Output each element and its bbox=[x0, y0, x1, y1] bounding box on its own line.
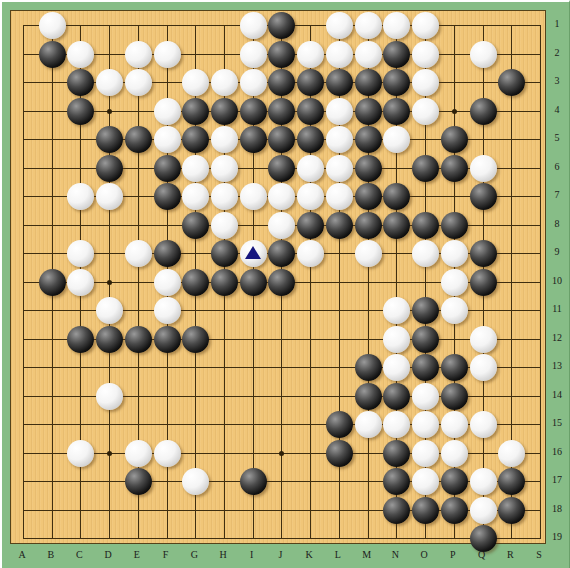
black-stone bbox=[383, 98, 410, 125]
white-stone bbox=[125, 440, 152, 467]
black-stone bbox=[412, 212, 439, 239]
black-stone bbox=[383, 383, 410, 410]
black-stone bbox=[383, 183, 410, 210]
column-label: F bbox=[159, 549, 173, 560]
white-stone bbox=[240, 41, 267, 68]
black-stone bbox=[154, 240, 181, 267]
white-stone bbox=[412, 240, 439, 267]
black-stone bbox=[96, 326, 123, 353]
white-stone bbox=[268, 212, 295, 239]
row-label: 17 bbox=[545, 474, 569, 485]
white-stone bbox=[412, 98, 439, 125]
black-stone bbox=[355, 126, 382, 153]
black-stone bbox=[441, 383, 468, 410]
white-stone bbox=[96, 69, 123, 96]
black-stone bbox=[268, 41, 295, 68]
grid-vline bbox=[540, 25, 541, 539]
white-stone bbox=[326, 41, 353, 68]
row-label: 4 bbox=[545, 104, 569, 115]
black-stone bbox=[355, 69, 382, 96]
white-stone bbox=[182, 468, 209, 495]
black-stone bbox=[182, 326, 209, 353]
column-label: D bbox=[101, 549, 115, 560]
black-stone bbox=[211, 269, 238, 296]
white-stone bbox=[441, 269, 468, 296]
black-stone bbox=[326, 69, 353, 96]
white-stone bbox=[383, 126, 410, 153]
column-label: N bbox=[388, 549, 402, 560]
black-stone bbox=[470, 183, 497, 210]
row-label: 10 bbox=[545, 275, 569, 286]
column-label: J bbox=[273, 549, 287, 560]
row-label: 3 bbox=[545, 75, 569, 86]
white-stone bbox=[383, 354, 410, 381]
white-stone bbox=[383, 411, 410, 438]
white-stone bbox=[441, 411, 468, 438]
white-stone bbox=[297, 183, 324, 210]
white-stone bbox=[297, 41, 324, 68]
row-label: 6 bbox=[545, 161, 569, 172]
black-stone bbox=[412, 354, 439, 381]
white-stone bbox=[326, 183, 353, 210]
black-stone bbox=[154, 326, 181, 353]
black-stone bbox=[326, 440, 353, 467]
black-stone bbox=[470, 98, 497, 125]
black-stone bbox=[297, 98, 324, 125]
white-stone bbox=[355, 41, 382, 68]
triangle-marker bbox=[245, 246, 261, 259]
white-stone bbox=[470, 468, 497, 495]
black-stone bbox=[268, 69, 295, 96]
black-stone bbox=[240, 468, 267, 495]
black-stone bbox=[383, 440, 410, 467]
black-stone bbox=[355, 383, 382, 410]
white-stone bbox=[412, 69, 439, 96]
white-stone bbox=[412, 12, 439, 39]
black-stone bbox=[182, 126, 209, 153]
column-label: K bbox=[302, 549, 316, 560]
row-label: 8 bbox=[545, 218, 569, 229]
white-stone bbox=[182, 155, 209, 182]
black-stone bbox=[268, 12, 295, 39]
white-stone bbox=[326, 126, 353, 153]
black-stone bbox=[383, 497, 410, 524]
star-point bbox=[107, 109, 112, 114]
black-stone bbox=[441, 468, 468, 495]
column-label: G bbox=[187, 549, 201, 560]
black-stone bbox=[154, 155, 181, 182]
black-stone bbox=[240, 269, 267, 296]
black-stone bbox=[383, 468, 410, 495]
white-stone bbox=[154, 297, 181, 324]
white-stone bbox=[240, 69, 267, 96]
black-stone bbox=[383, 41, 410, 68]
black-stone bbox=[383, 212, 410, 239]
column-label: A bbox=[15, 549, 29, 560]
star-point bbox=[452, 109, 457, 114]
white-stone bbox=[355, 12, 382, 39]
white-stone bbox=[297, 155, 324, 182]
row-label: 16 bbox=[545, 446, 569, 457]
column-label: E bbox=[130, 549, 144, 560]
row-label: 9 bbox=[545, 246, 569, 257]
column-label: M bbox=[360, 549, 374, 560]
go-board[interactable] bbox=[10, 10, 546, 544]
black-stone bbox=[297, 212, 324, 239]
white-stone bbox=[326, 12, 353, 39]
white-stone bbox=[326, 98, 353, 125]
white-stone bbox=[96, 383, 123, 410]
column-label: R bbox=[503, 549, 517, 560]
white-stone bbox=[211, 69, 238, 96]
black-stone bbox=[211, 98, 238, 125]
row-label: 15 bbox=[545, 417, 569, 428]
white-stone bbox=[470, 326, 497, 353]
white-stone bbox=[470, 497, 497, 524]
white-stone bbox=[125, 240, 152, 267]
white-stone bbox=[211, 126, 238, 153]
white-stone bbox=[154, 440, 181, 467]
black-stone bbox=[441, 497, 468, 524]
black-stone bbox=[96, 155, 123, 182]
column-label: Q bbox=[475, 549, 489, 560]
white-stone bbox=[412, 383, 439, 410]
black-stone bbox=[470, 269, 497, 296]
white-stone bbox=[182, 69, 209, 96]
white-stone bbox=[154, 126, 181, 153]
black-stone bbox=[355, 98, 382, 125]
white-stone bbox=[154, 98, 181, 125]
black-stone bbox=[412, 297, 439, 324]
black-stone bbox=[326, 212, 353, 239]
white-stone bbox=[211, 155, 238, 182]
white-stone bbox=[211, 183, 238, 210]
black-stone bbox=[441, 212, 468, 239]
row-label: 18 bbox=[545, 503, 569, 514]
black-stone bbox=[67, 98, 94, 125]
white-stone bbox=[355, 240, 382, 267]
white-stone bbox=[441, 440, 468, 467]
white-stone bbox=[470, 411, 497, 438]
column-label: H bbox=[216, 549, 230, 560]
black-stone bbox=[125, 468, 152, 495]
row-label: 7 bbox=[545, 189, 569, 200]
row-label: 1 bbox=[545, 18, 569, 29]
black-stone bbox=[268, 269, 295, 296]
star-point bbox=[107, 451, 112, 456]
white-stone bbox=[125, 41, 152, 68]
row-label: 11 bbox=[545, 303, 569, 314]
white-stone bbox=[470, 354, 497, 381]
white-stone bbox=[211, 212, 238, 239]
black-stone bbox=[125, 126, 152, 153]
white-stone bbox=[412, 411, 439, 438]
white-stone bbox=[67, 440, 94, 467]
white-stone bbox=[182, 183, 209, 210]
black-stone bbox=[355, 354, 382, 381]
row-label: 19 bbox=[545, 531, 569, 542]
black-stone bbox=[326, 411, 353, 438]
column-label: C bbox=[72, 549, 86, 560]
white-stone bbox=[125, 69, 152, 96]
black-stone bbox=[412, 497, 439, 524]
black-stone bbox=[470, 240, 497, 267]
white-stone bbox=[355, 411, 382, 438]
white-stone bbox=[67, 41, 94, 68]
black-stone bbox=[96, 126, 123, 153]
star-point bbox=[279, 451, 284, 456]
white-stone bbox=[154, 269, 181, 296]
white-stone bbox=[441, 240, 468, 267]
black-stone bbox=[412, 326, 439, 353]
white-stone bbox=[412, 440, 439, 467]
black-stone bbox=[297, 69, 324, 96]
white-stone bbox=[383, 12, 410, 39]
row-label: 14 bbox=[545, 389, 569, 400]
row-label: 5 bbox=[545, 132, 569, 143]
white-stone bbox=[154, 41, 181, 68]
black-stone bbox=[182, 98, 209, 125]
column-label: I bbox=[245, 549, 259, 560]
black-stone bbox=[182, 269, 209, 296]
grid-hline bbox=[23, 538, 541, 539]
black-stone bbox=[355, 183, 382, 210]
row-label: 12 bbox=[545, 332, 569, 343]
black-stone bbox=[355, 155, 382, 182]
black-stone bbox=[441, 155, 468, 182]
black-stone bbox=[39, 41, 66, 68]
black-stone bbox=[211, 240, 238, 267]
black-stone bbox=[240, 98, 267, 125]
black-stone bbox=[498, 69, 525, 96]
column-label: O bbox=[417, 549, 431, 560]
black-stone bbox=[355, 212, 382, 239]
white-stone bbox=[96, 183, 123, 210]
black-stone bbox=[39, 269, 66, 296]
black-stone bbox=[240, 126, 267, 153]
white-stone bbox=[498, 440, 525, 467]
white-stone bbox=[383, 297, 410, 324]
white-stone bbox=[470, 155, 497, 182]
row-label: 13 bbox=[545, 360, 569, 371]
white-stone bbox=[67, 183, 94, 210]
white-stone bbox=[67, 269, 94, 296]
black-stone bbox=[67, 326, 94, 353]
black-stone bbox=[125, 326, 152, 353]
black-stone bbox=[182, 212, 209, 239]
star-point bbox=[107, 280, 112, 285]
black-stone bbox=[268, 126, 295, 153]
column-label: L bbox=[331, 549, 345, 560]
white-stone bbox=[470, 41, 497, 68]
row-label: 2 bbox=[545, 47, 569, 58]
black-stone bbox=[268, 98, 295, 125]
white-stone bbox=[412, 468, 439, 495]
white-stone bbox=[67, 240, 94, 267]
white-stone bbox=[441, 297, 468, 324]
black-stone bbox=[268, 240, 295, 267]
black-stone bbox=[498, 497, 525, 524]
white-stone bbox=[297, 240, 324, 267]
black-stone bbox=[412, 155, 439, 182]
black-stone bbox=[470, 525, 497, 552]
black-stone bbox=[498, 468, 525, 495]
white-stone bbox=[39, 12, 66, 39]
black-stone bbox=[297, 126, 324, 153]
white-stone bbox=[96, 297, 123, 324]
column-label: S bbox=[532, 549, 546, 560]
column-label: P bbox=[446, 549, 460, 560]
white-stone bbox=[268, 183, 295, 210]
black-stone bbox=[383, 69, 410, 96]
white-stone bbox=[383, 326, 410, 353]
white-stone bbox=[240, 12, 267, 39]
white-stone bbox=[412, 41, 439, 68]
column-label: B bbox=[44, 549, 58, 560]
white-stone bbox=[326, 155, 353, 182]
black-stone bbox=[154, 183, 181, 210]
black-stone bbox=[441, 354, 468, 381]
white-stone bbox=[240, 183, 267, 210]
black-stone bbox=[268, 155, 295, 182]
window-frame: ABCDEFGHIJKLMNOPQRS 12345678910111213141… bbox=[0, 0, 570, 568]
black-stone bbox=[441, 126, 468, 153]
black-stone bbox=[67, 69, 94, 96]
